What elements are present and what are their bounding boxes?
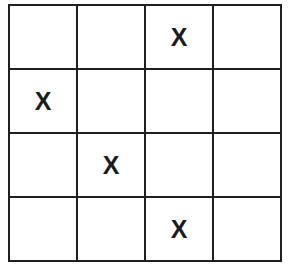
grid-cell-r2c1-x-mark[interactable]: X [10,70,76,132]
grid-cell-r3c4[interactable] [214,134,280,196]
grid-cell-r1c4[interactable] [214,6,280,68]
grid-cell-r4c4[interactable] [214,198,280,260]
grid-cell-r1c1[interactable] [10,6,76,68]
grid-cell-r3c1[interactable] [10,134,76,196]
puzzle-board: XXXX [8,4,282,262]
grid-cell-r4c2[interactable] [78,198,144,260]
grid-cell-r4c3-x-mark[interactable]: X [146,198,212,260]
grid-cell-r3c3[interactable] [146,134,212,196]
grid-cell-r3c2-x-mark[interactable]: X [78,134,144,196]
grid-cell-r4c1[interactable] [10,198,76,260]
grid-cell-r1c3-x-mark[interactable]: X [146,6,212,68]
grid-cell-r1c2[interactable] [78,6,144,68]
puzzle-grid: XXXX [8,4,282,262]
grid-cell-r2c4[interactable] [214,70,280,132]
grid-cell-r2c2[interactable] [78,70,144,132]
grid-cell-r2c3[interactable] [146,70,212,132]
